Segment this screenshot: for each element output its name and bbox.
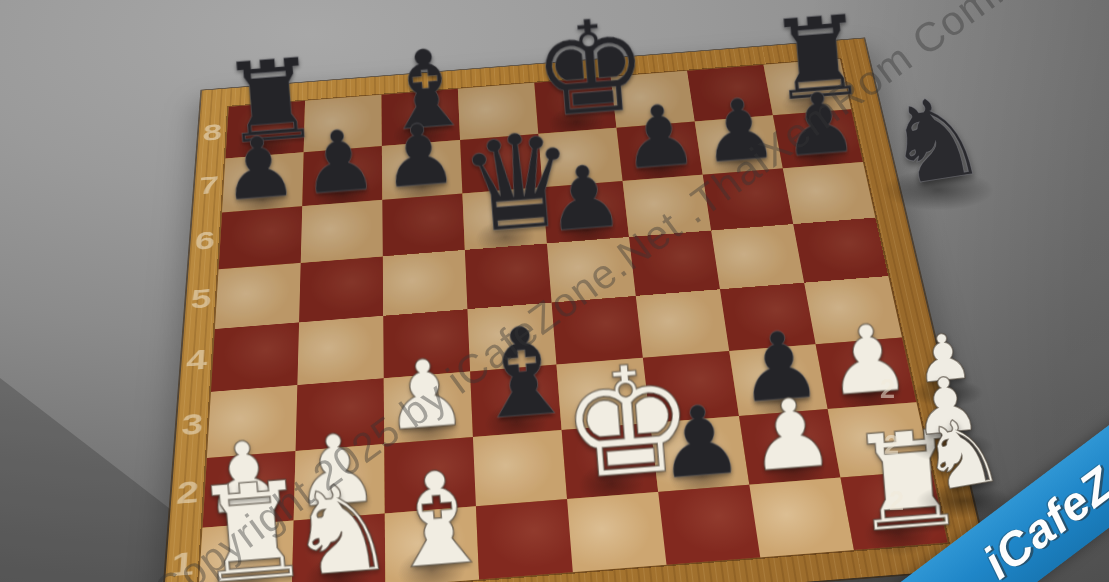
square-a1[interactable]: ♜ — [198, 521, 294, 582]
square-e2[interactable]: ♚ — [562, 423, 659, 499]
square-d6[interactable]: ♛ — [462, 187, 547, 250]
square-g7[interactable]: ♟ — [695, 115, 783, 174]
piece-black-pawn[interactable]: ♟ — [696, 87, 782, 173]
captured-black-knight: ♞ — [877, 78, 994, 204]
square-f5[interactable] — [629, 231, 720, 296]
piece-black-queen[interactable]: ♛ — [455, 119, 547, 249]
square-f7[interactable]: ♟ — [617, 121, 703, 181]
square-f1[interactable] — [658, 485, 760, 565]
piece-black-pawn[interactable]: ♟ — [216, 125, 302, 211]
square-b7[interactable]: ♟ — [302, 146, 382, 206]
captured-count: 2 — [884, 430, 899, 461]
square-a4[interactable] — [211, 322, 299, 391]
square-a5[interactable] — [215, 263, 301, 329]
captured-count: 2 — [889, 486, 904, 517]
piece-black-pawn[interactable]: ♟ — [296, 119, 382, 205]
rank-label-5: 5 — [185, 283, 217, 315]
square-a7[interactable]: ♟ — [222, 152, 304, 212]
rank-label-8: 8 — [198, 119, 227, 147]
captured-count: 2 — [880, 374, 895, 405]
square-d5[interactable] — [465, 243, 552, 309]
rank-label-3: 3 — [176, 407, 210, 443]
square-e5[interactable] — [547, 237, 636, 302]
piece-black-pawn[interactable]: ♟ — [616, 93, 702, 179]
square-c6[interactable] — [382, 194, 465, 257]
square-a6[interactable] — [219, 206, 303, 269]
square-g6[interactable] — [703, 168, 793, 230]
square-g2[interactable]: ♟ — [739, 409, 840, 485]
rank-label-6: 6 — [189, 226, 220, 257]
piece-black-pawn[interactable]: ♟ — [376, 112, 462, 198]
chess-board-3d: 87654321 ♜♝♚♜♟♟♟♟♟♟♛♟♟♝♟♟♟♟♚♟♟♜♞♝♜ — [161, 39, 988, 582]
square-f6[interactable] — [623, 175, 711, 237]
square-c1[interactable]: ♝ — [385, 506, 479, 582]
rank-label-7: 7 — [194, 171, 224, 201]
piece-black-bishop[interactable]: ♝ — [464, 313, 562, 435]
piece-white-bishop[interactable]: ♝ — [376, 456, 479, 582]
square-b6[interactable] — [301, 200, 383, 263]
square-h5[interactable] — [793, 218, 888, 283]
square-b4[interactable] — [297, 316, 383, 385]
square-h6[interactable] — [783, 162, 875, 224]
square-d3[interactable]: ♝ — [470, 365, 562, 437]
square-h7[interactable]: ♟ — [773, 109, 863, 168]
piece-white-pawn[interactable]: ♟ — [377, 347, 473, 443]
square-b5[interactable] — [299, 256, 383, 322]
piece-white-pawn[interactable]: ♟ — [820, 312, 916, 408]
rank-label-4: 4 — [180, 343, 213, 377]
square-g5[interactable] — [711, 224, 804, 289]
captured-white-knight: ♞ — [913, 402, 1010, 507]
square-c3[interactable]: ♟ — [384, 371, 473, 444]
square-c5[interactable] — [383, 250, 468, 316]
square-e1[interactable] — [567, 492, 666, 572]
piece-white-king[interactable]: ♚ — [556, 349, 658, 497]
rank-label-1: 1 — [165, 545, 201, 582]
app-window: 87654321 ♜♝♚♜♟♟♟♟♟♟♛♟♟♝♟♟♟♟♚♟♟♜♞♝♜ ♞ ♟2♟… — [0, 0, 1109, 582]
square-c7[interactable]: ♟ — [382, 140, 463, 200]
rank-label-2: 2 — [170, 474, 205, 512]
board-squares: ♜♝♚♜♟♟♟♟♟♟♛♟♟♝♟♟♟♟♚♟♟♜♞♝♜ — [198, 59, 948, 582]
piece-black-pawn[interactable]: ♟ — [776, 81, 862, 167]
piece-white-pawn[interactable]: ♟ — [742, 385, 840, 483]
